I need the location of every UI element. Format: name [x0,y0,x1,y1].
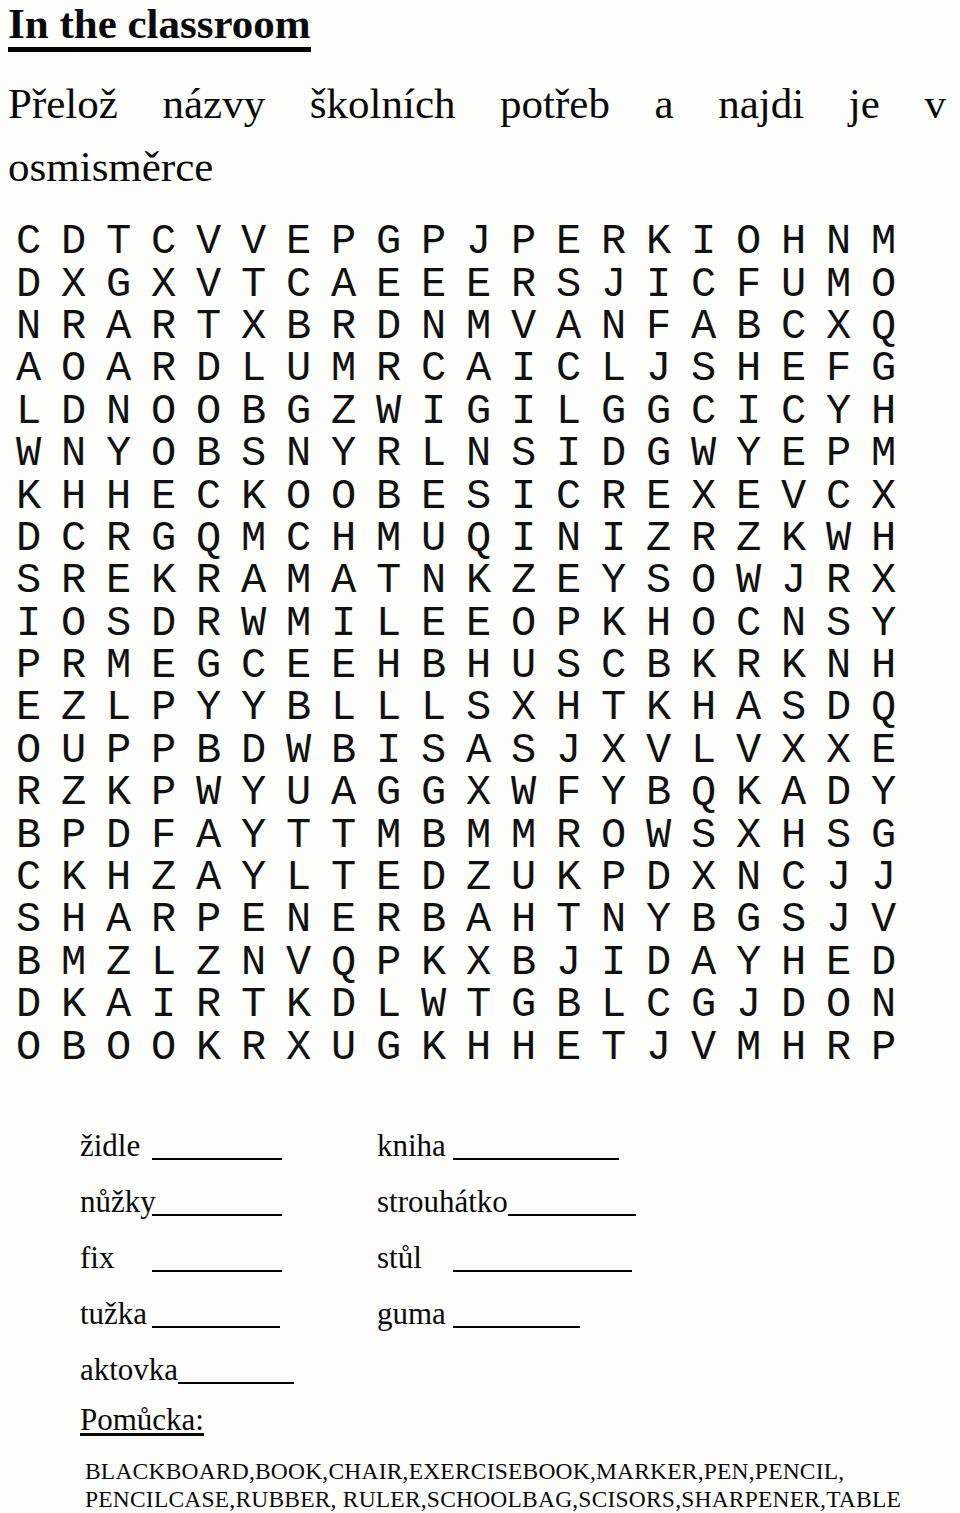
grid-cell: J [816,899,861,941]
grid-cell: W [636,814,681,856]
grid-cell: E [816,942,861,984]
grid-cell: S [816,814,861,856]
hint-words-line-1: BLACKBOARD,BOOK,CHAIR,EXERCISEBOOK,MARKE… [85,1458,844,1485]
grid-cell: L [591,348,636,390]
grid-cell: D [6,518,51,560]
grid-cell: Y [231,857,276,899]
grid-cell: Q [681,772,726,814]
grid-cell: P [366,942,411,984]
grid-cell: N [276,899,321,941]
grid-cell: E [411,263,456,305]
grid-cell: I [726,391,771,433]
grid-cell: M [96,645,141,687]
grid-cell: S [6,899,51,941]
grid-cell: J [816,857,861,899]
grid-cell: O [501,603,546,645]
grid-cell: I [411,391,456,433]
grid-cell: O [186,391,231,433]
grid-cell: G [591,391,636,433]
grid-cell: H [456,1026,501,1068]
word-row-strouhatko: strouhátko [377,1184,636,1220]
grid-cell: R [141,899,186,941]
grid-cell: H [501,1026,546,1068]
grid-cell: I [681,221,726,263]
grid-cell: Y [231,772,276,814]
grid-cell: A [456,899,501,941]
grid-cell: M [276,560,321,602]
grid-cell: Y [591,772,636,814]
grid-cell: W [186,772,231,814]
grid-cell: S [681,814,726,856]
grid-cell: L [6,391,51,433]
grid-cell: P [6,645,51,687]
grid-cell: F [141,814,186,856]
grid-cell: M [366,518,411,560]
grid-cell: I [636,263,681,305]
word-label: aktovka [80,1352,178,1388]
grid-cell: R [366,899,411,941]
grid-cell: T [231,984,276,1026]
grid-cell: I [501,348,546,390]
grid-cell: X [231,306,276,348]
grid-cell: U [276,772,321,814]
grid-cell: M [726,1026,771,1068]
grid-cell: X [726,814,771,856]
grid-cell: D [321,984,366,1026]
grid-cell: K [771,518,816,560]
grid-cell: X [861,560,906,602]
grid-cell: D [771,984,816,1026]
grid-cell: G [366,772,411,814]
grid-cell: J [726,984,771,1026]
grid-cell: P [186,899,231,941]
word-label: stůl [377,1240,453,1276]
grid-cell: F [816,348,861,390]
grid-cell: A [456,348,501,390]
grid-cell: Y [231,687,276,729]
grid-cell: L [141,942,186,984]
grid-cell: V [186,221,231,263]
grid-cell: W [726,560,771,602]
grid-cell: C [411,348,456,390]
grid-cell: S [546,263,591,305]
grid-cell: K [726,772,771,814]
grid-cell: G [366,1026,411,1068]
grid-cell: S [636,560,681,602]
grid-cell: H [96,857,141,899]
grid-cell: D [6,263,51,305]
word-label: kniha [377,1128,453,1164]
grid-cell: A [456,730,501,772]
grid-cell: N [816,645,861,687]
grid-cell: U [411,518,456,560]
grid-cell: N [96,391,141,433]
word-label: tužka [80,1296,152,1332]
grid-cell: H [636,603,681,645]
subtitle-line-2: osmisměrce [8,143,213,190]
answer-blank [152,1296,280,1328]
grid-cell: B [636,645,681,687]
grid-cell: Z [96,942,141,984]
grid-cell: B [726,306,771,348]
grid-cell: X [141,263,186,305]
grid-cell: K [456,560,501,602]
grid-cell: E [141,475,186,517]
grid-cell: L [321,687,366,729]
grid-cell: T [276,814,321,856]
grid-cell: G [861,348,906,390]
grid-cell: Q [186,518,231,560]
grid-cell: L [276,857,321,899]
answer-blank [453,1128,619,1160]
grid-cell: D [861,942,906,984]
grid-cell: R [51,306,96,348]
grid-cell: A [96,306,141,348]
grid-cell: H [96,475,141,517]
grid-cell: R [366,433,411,475]
grid-cell: G [501,984,546,1026]
grid-cell: V [231,221,276,263]
grid-cell: T [591,687,636,729]
grid-cell: M [861,221,906,263]
grid-cell: X [51,263,96,305]
grid-cell: L [411,687,456,729]
grid-cell: V [771,475,816,517]
grid-cell: O [321,475,366,517]
grid-cell: R [681,518,726,560]
grid-cell: S [816,603,861,645]
word-row-tuzka: tužka [80,1296,280,1332]
grid-cell: K [51,984,96,1026]
grid-cell: P [321,221,366,263]
grid-cell: D [141,603,186,645]
grid-cell: N [591,899,636,941]
grid-cell: K [771,645,816,687]
grid-cell: G [726,899,771,941]
grid-cell: R [366,348,411,390]
grid-cell: S [501,433,546,475]
answer-blank [453,1240,632,1272]
grid-cell: A [681,942,726,984]
grid-cell: J [546,730,591,772]
grid-cell: B [546,984,591,1026]
grid-cell: P [96,730,141,772]
grid-cell: S [456,687,501,729]
grid-cell: G [411,772,456,814]
grid-cell: P [546,603,591,645]
grid-cell: P [411,221,456,263]
grid-cell: A [321,560,366,602]
grid-cell: O [6,1026,51,1068]
word-row-guma: guma [377,1296,580,1332]
grid-cell: C [771,306,816,348]
grid-cell: Y [186,687,231,729]
grid-cell: Z [51,687,96,729]
grid-cell: D [96,814,141,856]
grid-cell: C [681,263,726,305]
grid-cell: A [96,348,141,390]
grid-cell: K [141,560,186,602]
grid-cell: N [51,433,96,475]
grid-cell: E [276,645,321,687]
hint-words-line-2: PENCILCASE,RUBBER, RULER,SCHOOLBAG,SCISO… [85,1486,901,1513]
grid-cell: Z [501,560,546,602]
grid-cell: E [321,645,366,687]
grid-cell: N [771,603,816,645]
grid-cell: G [681,984,726,1026]
grid-cell: F [726,263,771,305]
grid-cell: A [186,814,231,856]
grid-cell: R [321,306,366,348]
grid-cell: D [186,348,231,390]
grid-cell: M [456,814,501,856]
grid-cell: N [411,560,456,602]
grid-cell: E [411,603,456,645]
grid-cell: O [726,221,771,263]
grid-cell: C [231,645,276,687]
grid-cell: J [636,1026,681,1068]
grid-cell: O [51,603,96,645]
page-title: In the classroom [8,1,311,52]
grid-cell: C [276,518,321,560]
grid-cell: E [366,857,411,899]
word-label: nůžky [80,1184,152,1220]
grid-cell: G [186,645,231,687]
grid-cell: N [726,857,771,899]
word-row-nuzky: nůžky [80,1184,282,1220]
grid-cell: D [51,391,96,433]
grid-cell: K [411,1026,456,1068]
grid-cell: V [726,730,771,772]
grid-cell: J [771,560,816,602]
grid-cell: C [816,475,861,517]
grid-cell: L [366,603,411,645]
grid-cell: N [591,306,636,348]
grid-cell: Z [456,857,501,899]
grid-cell: S [411,730,456,772]
word-row-stul: stůl [377,1240,632,1276]
word-row-zidle: židle [80,1128,282,1164]
grid-cell: R [231,1026,276,1068]
grid-cell: B [411,899,456,941]
grid-cell: G [636,433,681,475]
grid-cell: V [861,899,906,941]
grid-cell: P [816,433,861,475]
grid-cell: Q [861,687,906,729]
grid-cell: N [231,942,276,984]
grid-cell: E [141,645,186,687]
grid-cell: U [321,1026,366,1068]
grid-cell: Q [321,942,366,984]
grid-cell: E [96,560,141,602]
grid-cell: L [681,730,726,772]
grid-cell: Q [861,306,906,348]
grid-cell: A [681,306,726,348]
grid-cell: A [321,263,366,305]
grid-cell: H [501,899,546,941]
grid-cell: C [546,348,591,390]
grid-cell: T [591,1026,636,1068]
grid-cell: X [771,730,816,772]
grid-cell: M [816,263,861,305]
grid-cell: Y [321,433,366,475]
grid-cell: B [276,306,321,348]
grid-cell: O [6,730,51,772]
grid-cell: N [276,433,321,475]
grid-cell: R [141,306,186,348]
grid-cell: L [411,433,456,475]
grid-cell: R [816,560,861,602]
answer-blank [152,1128,282,1160]
grid-cell: E [276,221,321,263]
grid-cell: Y [591,560,636,602]
grid-cell: E [771,348,816,390]
grid-cell: D [51,221,96,263]
grid-cell: H [51,899,96,941]
grid-cell: I [501,518,546,560]
grid-cell: X [816,306,861,348]
grid-cell: C [681,391,726,433]
grid-cell: H [861,645,906,687]
grid-cell: E [726,475,771,517]
grid-cell: R [186,984,231,1026]
grid-cell: G [276,391,321,433]
grid-cell: T [186,306,231,348]
grid-cell: W [276,730,321,772]
grid-cell: R [186,603,231,645]
grid-cell: U [276,348,321,390]
grid-cell: I [141,984,186,1026]
grid-cell: A [546,306,591,348]
grid-cell: C [771,857,816,899]
grid-cell: A [186,857,231,899]
grid-cell: Y [96,433,141,475]
grid-cell: T [456,984,501,1026]
grid-cell: U [771,263,816,305]
grid-cell: I [6,603,51,645]
grid-cell: Y [231,814,276,856]
word-label: guma [377,1296,453,1332]
subtitle-line-1: Přelož názvy školních potřeb a najdi je … [8,80,946,127]
grid-cell: R [141,348,186,390]
grid-cell: V [276,942,321,984]
grid-cell: P [51,814,96,856]
grid-cell: X [681,475,726,517]
grid-cell: Y [816,391,861,433]
grid-cell: B [231,391,276,433]
grid-cell: S [231,433,276,475]
grid-cell: C [6,857,51,899]
grid-cell: O [96,1026,141,1068]
grid-cell: I [501,475,546,517]
grid-cell: O [141,433,186,475]
grid-cell: X [816,730,861,772]
answer-blank [178,1352,294,1384]
grid-cell: P [141,687,186,729]
grid-cell: A [726,687,771,729]
grid-cell: I [591,518,636,560]
grid-cell: W [411,984,456,1026]
grid-cell: X [456,942,501,984]
grid-cell: F [546,772,591,814]
grid-cell: T [321,814,366,856]
grid-cell: S [456,475,501,517]
word-row-fix: fix [80,1240,282,1276]
grid-cell: O [591,814,636,856]
answer-blank [152,1240,282,1272]
grid-cell: K [636,687,681,729]
grid-cell: B [186,433,231,475]
grid-cell: L [546,391,591,433]
grid-cell: B [276,687,321,729]
grid-cell: V [636,730,681,772]
word-label: strouhátko [377,1184,508,1220]
grid-cell: H [321,518,366,560]
grid-cell: H [861,518,906,560]
grid-cell: D [6,984,51,1026]
grid-cell: B [411,645,456,687]
grid-cell: R [6,772,51,814]
answer-blank [152,1184,282,1216]
grid-cell: U [51,730,96,772]
grid-cell: E [456,603,501,645]
grid-cell: A [96,899,141,941]
grid-cell: G [366,221,411,263]
word-search-grid: CDTCVVEPGPJPERKIOHNMDXGXVTCAEEERSJICFUMO… [6,221,906,1069]
grid-cell: C [591,645,636,687]
grid-cell: G [141,518,186,560]
grid-cell: S [501,730,546,772]
grid-cell: I [321,603,366,645]
grid-cell: R [816,1026,861,1068]
grid-cell: W [231,603,276,645]
grid-cell: J [591,263,636,305]
grid-cell: M [231,518,276,560]
grid-cell: R [51,560,96,602]
grid-cell: K [6,475,51,517]
grid-cell: N [411,306,456,348]
grid-cell: P [861,1026,906,1068]
grid-cell: V [681,1026,726,1068]
grid-cell: L [366,687,411,729]
grid-cell: B [411,814,456,856]
grid-cell: M [501,814,546,856]
grid-cell: Z [636,518,681,560]
grid-cell: Y [636,899,681,941]
grid-cell: B [321,730,366,772]
grid-cell: E [546,1026,591,1068]
grid-cell: I [591,942,636,984]
grid-cell: H [366,645,411,687]
grid-cell: G [861,814,906,856]
hint-heading: Pomůcka: [80,1402,204,1438]
grid-cell: P [141,730,186,772]
grid-cell: D [591,433,636,475]
grid-cell: W [816,518,861,560]
grid-cell: R [501,263,546,305]
grid-cell: L [231,348,276,390]
grid-cell: K [276,984,321,1026]
grid-cell: B [186,730,231,772]
grid-cell: D [636,942,681,984]
grid-cell: Q [456,518,501,560]
grid-cell: D [366,306,411,348]
grid-cell: K [546,857,591,899]
grid-cell: O [861,263,906,305]
grid-cell: D [231,730,276,772]
grid-cell: H [771,1026,816,1068]
grid-cell: E [861,730,906,772]
